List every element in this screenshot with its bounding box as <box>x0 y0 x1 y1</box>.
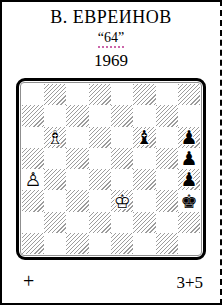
square-g4 <box>156 169 178 190</box>
square-f1 <box>133 233 155 254</box>
diagram-header: В. ЕВРЕИНОВ “64” 1969 <box>2 8 220 69</box>
board-frame: ♗♝♟♟♙♟♔♚ <box>16 78 206 260</box>
black-pawn-h5: ♟ <box>181 149 198 168</box>
square-d4 <box>89 169 111 190</box>
white-king-e3: ♔ <box>114 192 131 211</box>
square-d1 <box>89 233 111 254</box>
square-c5 <box>66 148 88 169</box>
square-a6 <box>22 127 44 148</box>
square-b5 <box>44 148 66 169</box>
square-c4 <box>66 169 88 190</box>
composer-name: В. ЕВРЕИНОВ <box>2 8 220 26</box>
square-b4 <box>44 169 66 190</box>
black-king-h3: ♚ <box>181 192 198 211</box>
source-line: “64” <box>2 31 220 48</box>
diagram-footer: + 3+5 <box>2 271 220 291</box>
black-bishop-f6: ♝ <box>136 128 153 147</box>
square-e6 <box>111 127 133 148</box>
square-f7 <box>133 105 155 126</box>
square-f4 <box>133 169 155 190</box>
square-b6: ♗ <box>44 127 66 148</box>
square-c7 <box>66 105 88 126</box>
square-h1 <box>178 233 200 254</box>
publication-year: 1969 <box>2 52 220 69</box>
study-diagram-page: В. ЕВРЕИНОВ “64” 1969 ♗♝♟♟♙♟♔♚ + 3+5 <box>0 0 222 305</box>
square-b2 <box>44 212 66 233</box>
white-bishop-b6: ♗ <box>47 128 64 147</box>
square-c8 <box>66 84 88 105</box>
square-g8 <box>156 84 178 105</box>
square-a1 <box>22 233 44 254</box>
square-h5: ♟ <box>178 148 200 169</box>
square-b3 <box>44 190 66 211</box>
square-e4 <box>111 169 133 190</box>
square-d7 <box>89 105 111 126</box>
black-pawn-h4: ♟ <box>181 170 198 189</box>
board-inner-frame: ♗♝♟♟♙♟♔♚ <box>20 82 202 256</box>
square-c3 <box>66 190 88 211</box>
white-pawn-a4: ♙ <box>24 170 41 189</box>
stipulation-win-symbol: + <box>23 271 34 291</box>
square-a8 <box>22 84 44 105</box>
square-h4: ♟ <box>178 169 200 190</box>
square-d5 <box>89 148 111 169</box>
square-g2 <box>156 212 178 233</box>
square-d3 <box>89 190 111 211</box>
source-publication: “64” <box>98 31 124 48</box>
square-g6 <box>156 127 178 148</box>
square-a2 <box>22 212 44 233</box>
square-g3 <box>156 190 178 211</box>
square-h3: ♚ <box>178 190 200 211</box>
square-c1 <box>66 233 88 254</box>
square-d2 <box>89 212 111 233</box>
square-g5 <box>156 148 178 169</box>
square-e2 <box>111 212 133 233</box>
square-h7 <box>178 105 200 126</box>
square-g1 <box>156 233 178 254</box>
material-count: 3+5 <box>176 274 203 291</box>
square-a5 <box>22 148 44 169</box>
square-a7 <box>22 105 44 126</box>
square-d6 <box>89 127 111 148</box>
square-g7 <box>156 105 178 126</box>
square-b1 <box>44 233 66 254</box>
square-f3 <box>133 190 155 211</box>
square-a3 <box>22 190 44 211</box>
square-b8 <box>44 84 66 105</box>
square-b7 <box>44 105 66 126</box>
square-e3: ♔ <box>111 190 133 211</box>
square-f5 <box>133 148 155 169</box>
square-h8 <box>178 84 200 105</box>
square-e8 <box>111 84 133 105</box>
square-c6 <box>66 127 88 148</box>
square-h2 <box>178 212 200 233</box>
square-f2 <box>133 212 155 233</box>
square-h6: ♟ <box>178 127 200 148</box>
square-e5 <box>111 148 133 169</box>
square-f8 <box>133 84 155 105</box>
square-c2 <box>66 212 88 233</box>
black-pawn-h6: ♟ <box>181 128 198 147</box>
square-a4: ♙ <box>22 169 44 190</box>
square-f6: ♝ <box>133 127 155 148</box>
chess-board: ♗♝♟♟♙♟♔♚ <box>22 84 200 254</box>
square-d8 <box>89 84 111 105</box>
square-e7 <box>111 105 133 126</box>
square-e1 <box>111 233 133 254</box>
